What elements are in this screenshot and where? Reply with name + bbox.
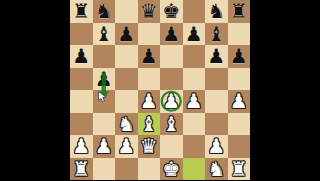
black-pawn[interactable]: ♟ <box>160 23 183 46</box>
square-d5[interactable] <box>138 68 161 91</box>
square-a2[interactable]: ♟ <box>70 135 93 158</box>
black-pawn[interactable]: ♟ <box>138 45 161 68</box>
square-h1[interactable]: ♜ <box>228 158 251 181</box>
black-king[interactable]: ♚ <box>160 0 183 23</box>
square-d8[interactable]: ♛ <box>138 0 161 23</box>
black-queen[interactable]: ♛ <box>138 0 161 23</box>
white-bishop[interactable]: ♝ <box>138 113 161 136</box>
square-g3[interactable] <box>205 113 228 136</box>
square-h4[interactable]: ♟ <box>228 90 251 113</box>
square-c2[interactable]: ♟ <box>115 135 138 158</box>
white-knight[interactable]: ♞ <box>205 158 228 181</box>
white-pawn[interactable]: ♟ <box>93 135 116 158</box>
square-d7[interactable] <box>138 23 161 46</box>
white-pawn[interactable]: ♟ <box>183 90 206 113</box>
square-e2[interactable] <box>160 135 183 158</box>
square-g6[interactable]: ♟ <box>205 45 228 68</box>
square-b5[interactable]: ♟ <box>93 68 116 91</box>
square-h8[interactable]: ♜ <box>228 0 251 23</box>
square-c7[interactable]: ♟ <box>115 23 138 46</box>
square-c1[interactable] <box>115 158 138 181</box>
square-a7[interactable] <box>70 23 93 46</box>
white-rook[interactable]: ♜ <box>228 158 251 181</box>
square-g8[interactable]: ♞ <box>205 0 228 23</box>
black-knight[interactable]: ♞ <box>205 0 228 23</box>
square-c3[interactable]: ♞ <box>115 113 138 136</box>
square-f7[interactable]: ♟ <box>183 23 206 46</box>
black-pawn[interactable]: ♟ <box>205 45 228 68</box>
square-b6[interactable] <box>93 45 116 68</box>
chess-board: ♜♞♛♚♞♜♝♟♟♟♝♟♟♟♟♟♟♟♟♟♞♝♝♟♟♟♛♟♜♚♞♜ <box>70 0 250 180</box>
square-b2[interactable]: ♟ <box>93 135 116 158</box>
square-a1[interactable]: ♜ <box>70 158 93 181</box>
black-rook[interactable]: ♜ <box>70 0 93 23</box>
square-a3[interactable] <box>70 113 93 136</box>
black-pawn[interactable]: ♟ <box>228 45 251 68</box>
square-f8[interactable] <box>183 0 206 23</box>
white-pawn[interactable]: ♟ <box>160 90 183 113</box>
square-f2[interactable] <box>183 135 206 158</box>
square-h6[interactable]: ♟ <box>228 45 251 68</box>
square-d2[interactable]: ♛ <box>138 135 161 158</box>
white-knight[interactable]: ♞ <box>115 113 138 136</box>
square-b4[interactable] <box>93 90 116 113</box>
black-pawn[interactable]: ♟ <box>93 68 116 91</box>
square-e5[interactable] <box>160 68 183 91</box>
square-c8[interactable] <box>115 0 138 23</box>
black-pawn[interactable]: ♟ <box>70 45 93 68</box>
square-c6[interactable] <box>115 45 138 68</box>
square-g1[interactable]: ♞ <box>205 158 228 181</box>
white-bishop[interactable]: ♝ <box>160 113 183 136</box>
square-h7[interactable] <box>228 23 251 46</box>
black-pawn[interactable]: ♟ <box>183 23 206 46</box>
square-e8[interactable]: ♚ <box>160 0 183 23</box>
square-e6[interactable] <box>160 45 183 68</box>
black-rook[interactable]: ♜ <box>228 0 251 23</box>
white-pawn[interactable]: ♟ <box>138 90 161 113</box>
square-g2[interactable]: ♟ <box>205 135 228 158</box>
square-b8[interactable]: ♞ <box>93 0 116 23</box>
square-d3[interactable]: ♝ <box>138 113 161 136</box>
square-f4[interactable]: ♟ <box>183 90 206 113</box>
square-c4[interactable] <box>115 90 138 113</box>
square-g4[interactable] <box>205 90 228 113</box>
video-frame: { "game": "chess", "position": { "fen": … <box>0 0 320 180</box>
square-a5[interactable] <box>70 68 93 91</box>
black-bishop[interactable]: ♝ <box>205 23 228 46</box>
square-h2[interactable] <box>228 135 251 158</box>
square-f3[interactable] <box>183 113 206 136</box>
square-d6[interactable]: ♟ <box>138 45 161 68</box>
white-pawn[interactable]: ♟ <box>228 90 251 113</box>
black-bishop[interactable]: ♝ <box>93 23 116 46</box>
black-pawn[interactable]: ♟ <box>115 23 138 46</box>
white-pawn[interactable]: ♟ <box>205 135 228 158</box>
square-c5[interactable] <box>115 68 138 91</box>
square-b7[interactable]: ♝ <box>93 23 116 46</box>
square-a4[interactable] <box>70 90 93 113</box>
letterbox-left <box>0 0 70 180</box>
white-pawn[interactable]: ♟ <box>70 135 93 158</box>
square-f5[interactable] <box>183 68 206 91</box>
square-b1[interactable] <box>93 158 116 181</box>
black-knight[interactable]: ♞ <box>93 0 116 23</box>
square-e3[interactable]: ♝ <box>160 113 183 136</box>
white-rook[interactable]: ♜ <box>70 158 93 181</box>
square-b3[interactable] <box>93 113 116 136</box>
white-king[interactable]: ♚ <box>160 158 183 181</box>
square-d4[interactable]: ♟ <box>138 90 161 113</box>
square-e4[interactable]: ♟ <box>160 90 183 113</box>
white-pawn[interactable]: ♟ <box>115 135 138 158</box>
square-f6[interactable] <box>183 45 206 68</box>
square-e1[interactable]: ♚ <box>160 158 183 181</box>
square-e7[interactable]: ♟ <box>160 23 183 46</box>
square-d1[interactable] <box>138 158 161 181</box>
square-a8[interactable]: ♜ <box>70 0 93 23</box>
square-a6[interactable]: ♟ <box>70 45 93 68</box>
square-h3[interactable] <box>228 113 251 136</box>
white-queen[interactable]: ♛ <box>138 135 161 158</box>
square-f1[interactable] <box>183 158 206 181</box>
square-g7[interactable]: ♝ <box>205 23 228 46</box>
square-h5[interactable] <box>228 68 251 91</box>
letterbox-right <box>250 0 320 180</box>
square-g5[interactable] <box>205 68 228 91</box>
